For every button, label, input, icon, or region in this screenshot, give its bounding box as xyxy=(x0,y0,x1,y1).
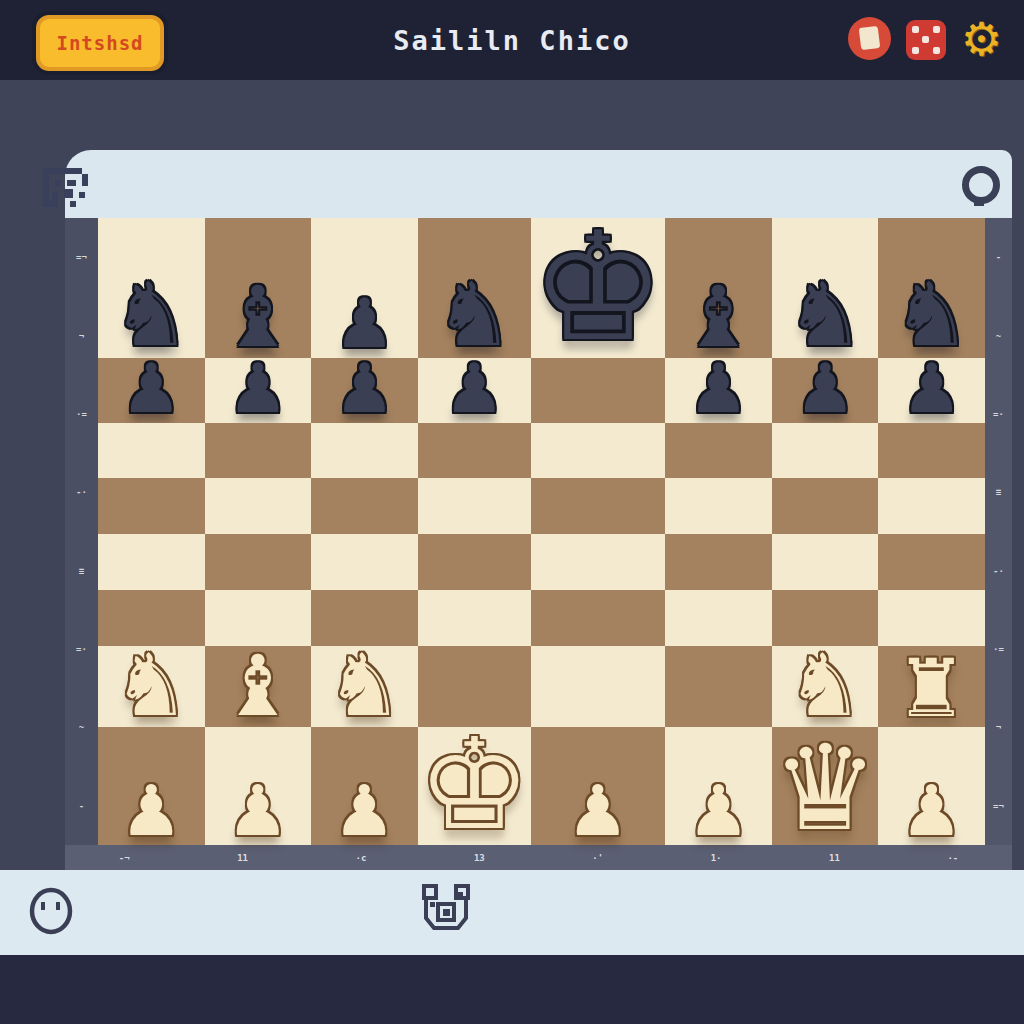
white-king[interactable]: ♚ xyxy=(418,727,531,843)
square-f7[interactable]: ♟ xyxy=(665,358,772,423)
rank-mark-4: -· xyxy=(985,532,1012,610)
square-a7[interactable]: ♟ xyxy=(98,358,205,423)
square-e2[interactable] xyxy=(531,646,665,727)
square-b2[interactable]: ♝ xyxy=(205,646,312,727)
square-g4[interactable] xyxy=(772,534,879,590)
square-c2[interactable]: ♞ xyxy=(311,646,418,727)
square-d7[interactable]: ♟ xyxy=(418,358,531,423)
square-d5[interactable] xyxy=(418,478,531,534)
white-pawn[interactable]: ♟ xyxy=(687,779,750,843)
black-pawn[interactable]: ♟ xyxy=(795,358,856,421)
rank-mark-4: ≡ xyxy=(65,532,98,610)
square-h6[interactable] xyxy=(878,423,985,479)
black-pawn[interactable]: ♟ xyxy=(334,358,395,421)
white-pawn[interactable]: ♟ xyxy=(333,779,396,843)
square-e1[interactable]: ♟ xyxy=(531,727,665,845)
black-king[interactable]: ♚ xyxy=(531,218,665,356)
square-g6[interactable] xyxy=(772,423,879,479)
square-a4[interactable] xyxy=(98,534,205,590)
chess-app-window: Intshsd Saililn Chico ⚙ =¬¬·=-·≡=·~- - xyxy=(0,0,1024,1024)
rank-label-rail-left: =¬¬·=-·≡=·~- xyxy=(65,218,98,845)
white-rook[interactable]: ♜ xyxy=(896,652,968,726)
square-c8[interactable]: ♟ xyxy=(311,218,418,358)
square-h7[interactable]: ♟ xyxy=(878,358,985,423)
rank-mark-8: =¬ xyxy=(65,218,98,296)
square-c4[interactable] xyxy=(311,534,418,590)
white-knight[interactable]: ♞ xyxy=(326,646,403,725)
square-c1[interactable]: ♟ xyxy=(311,727,418,845)
black-pawn[interactable]: ♟ xyxy=(444,358,505,421)
white-knight[interactable]: ♞ xyxy=(113,646,190,725)
square-d8[interactable]: ♞ xyxy=(418,218,531,358)
square-h4[interactable] xyxy=(878,534,985,590)
square-b8[interactable]: ♝ xyxy=(205,218,312,358)
rank-mark-2: ¬ xyxy=(985,688,1012,766)
square-f4[interactable] xyxy=(665,534,772,590)
square-h2[interactable]: ♜ xyxy=(878,646,985,727)
square-g1[interactable]: ♛ xyxy=(772,727,879,845)
white-pawn[interactable]: ♟ xyxy=(567,779,630,843)
square-a6[interactable] xyxy=(98,423,205,479)
black-pawn[interactable]: ♟ xyxy=(334,293,395,356)
square-g5[interactable] xyxy=(772,478,879,534)
rank-mark-7: ¬ xyxy=(65,296,98,374)
square-b5[interactable] xyxy=(205,478,312,534)
square-e7[interactable] xyxy=(531,358,665,423)
square-f1[interactable]: ♟ xyxy=(665,727,772,845)
square-h5[interactable] xyxy=(878,478,985,534)
white-pawn[interactable]: ♟ xyxy=(900,779,963,843)
rank-mark-3: ·= xyxy=(985,610,1012,688)
black-knight[interactable]: ♞ xyxy=(112,275,191,356)
square-g8[interactable]: ♞ xyxy=(772,218,879,358)
white-pawn[interactable]: ♟ xyxy=(226,779,289,843)
dice-icon[interactable] xyxy=(906,20,946,60)
rank-mark-7: ~ xyxy=(985,296,1012,374)
rank-mark-2: ~ xyxy=(65,688,98,766)
square-g7[interactable]: ♟ xyxy=(772,358,879,423)
settings-ring-icon[interactable] xyxy=(962,166,1000,204)
rank-mark-5: -· xyxy=(65,453,98,531)
rank-mark-6: =· xyxy=(985,375,1012,453)
rank-mark-8: - xyxy=(985,218,1012,296)
document-icon[interactable] xyxy=(848,17,891,60)
square-f6[interactable] xyxy=(665,423,772,479)
black-knight[interactable]: ♞ xyxy=(786,275,865,356)
square-b4[interactable] xyxy=(205,534,312,590)
footer-background xyxy=(0,955,1024,1024)
white-knight[interactable]: ♞ xyxy=(787,646,864,725)
square-c6[interactable] xyxy=(311,423,418,479)
square-d3[interactable] xyxy=(418,590,531,646)
white-pawn[interactable]: ♟ xyxy=(120,779,183,843)
black-bishop[interactable]: ♝ xyxy=(220,279,295,356)
header-bar: Intshsd Saililn Chico ⚙ xyxy=(0,0,1024,80)
black-pawn[interactable]: ♟ xyxy=(121,358,182,421)
square-f3[interactable] xyxy=(665,590,772,646)
square-a1[interactable]: ♟ xyxy=(98,727,205,845)
board-corner-icon[interactable] xyxy=(43,162,100,217)
black-pawn[interactable]: ♟ xyxy=(688,358,749,421)
black-knight[interactable]: ♞ xyxy=(892,275,971,356)
square-c5[interactable] xyxy=(311,478,418,534)
square-b6[interactable] xyxy=(205,423,312,479)
creature-icon[interactable] xyxy=(418,882,474,942)
gear-icon[interactable]: ⚙ xyxy=(961,19,1002,59)
square-h1[interactable]: ♟ xyxy=(878,727,985,845)
square-e4[interactable] xyxy=(531,534,665,590)
rank-mark-1: - xyxy=(65,767,98,845)
black-pawn[interactable]: ♟ xyxy=(227,358,288,421)
white-queen[interactable]: ♛ xyxy=(772,734,878,843)
square-b7[interactable]: ♟ xyxy=(205,358,312,423)
square-e8[interactable]: ♚ xyxy=(531,218,665,358)
square-e6[interactable] xyxy=(531,423,665,479)
square-a8[interactable]: ♞ xyxy=(98,218,205,358)
square-d1[interactable]: ♚ xyxy=(418,727,531,845)
rank-mark-5: ≡ xyxy=(985,453,1012,531)
black-knight[interactable]: ♞ xyxy=(435,275,514,356)
black-pawn[interactable]: ♟ xyxy=(901,358,962,421)
chess-board: ♞♝♟♞♚♝♞♞♟♟♟♟♟♟♟♞♝♞♞♜♟♟♟♚♟♟♛♟ xyxy=(98,218,985,845)
square-f5[interactable] xyxy=(665,478,772,534)
square-a5[interactable] xyxy=(98,478,205,534)
square-h3[interactable] xyxy=(878,590,985,646)
smiley-icon[interactable] xyxy=(26,885,76,941)
square-d4[interactable] xyxy=(418,534,531,590)
rank-label-rail-right: -~=·≡-··=¬=¬ xyxy=(985,218,1012,845)
document-page-shape xyxy=(858,26,880,50)
square-h8[interactable]: ♞ xyxy=(878,218,985,358)
rank-mark-3: =· xyxy=(65,610,98,688)
rank-mark-6: ·= xyxy=(65,375,98,453)
square-d6[interactable] xyxy=(418,423,531,479)
square-f2[interactable] xyxy=(665,646,772,727)
square-e5[interactable] xyxy=(531,478,665,534)
white-bishop[interactable]: ♝ xyxy=(220,648,295,725)
footer-bar xyxy=(0,870,1024,955)
square-c7[interactable]: ♟ xyxy=(311,358,418,423)
square-a2[interactable]: ♞ xyxy=(98,646,205,727)
square-e3[interactable] xyxy=(531,590,665,646)
black-bishop[interactable]: ♝ xyxy=(681,279,756,356)
square-g2[interactable]: ♞ xyxy=(772,646,879,727)
square-f8[interactable]: ♝ xyxy=(665,218,772,358)
square-b1[interactable]: ♟ xyxy=(205,727,312,845)
header-icon-group: ⚙ xyxy=(848,17,1002,60)
rank-mark-1: =¬ xyxy=(985,767,1012,845)
